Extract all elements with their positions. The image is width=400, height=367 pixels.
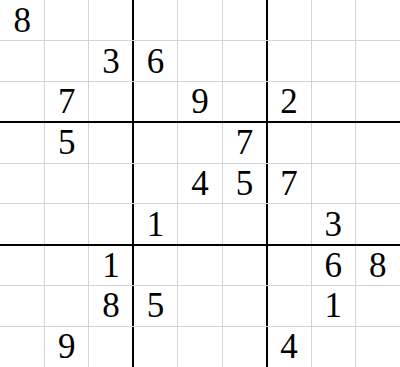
cell-r2c4[interactable]: 6 [133,41,177,82]
cell-r6c3[interactable] [89,204,133,245]
cell-r3c8[interactable] [311,82,355,123]
cell-r3c6[interactable] [222,82,266,123]
cell-r4c9[interactable] [356,122,400,163]
cell-r9c3[interactable] [89,326,133,367]
cell-r4c8[interactable] [311,122,355,163]
cell-r2c2[interactable] [44,41,88,82]
cell-r1c4[interactable] [133,0,177,41]
cell-r4c6[interactable]: 7 [222,122,266,163]
cell-r4c4[interactable] [133,122,177,163]
sudoku-cells: 836792574571316885194 [0,0,400,367]
cell-r6c2[interactable] [44,204,88,245]
cell-r5c8[interactable] [311,163,355,204]
cell-r7c9[interactable]: 8 [356,245,400,286]
cell-r5c7[interactable]: 7 [267,163,311,204]
cell-r3c1[interactable] [0,82,44,123]
cell-r8c3[interactable]: 8 [89,285,133,326]
cell-r2c7[interactable] [267,41,311,82]
cell-r8c1[interactable] [0,285,44,326]
cell-r7c1[interactable] [0,245,44,286]
sudoku-board: 836792574571316885194 [0,0,400,367]
cell-r7c7[interactable] [267,245,311,286]
cell-r5c2[interactable] [44,163,88,204]
cell-r3c3[interactable] [89,82,133,123]
cell-r3c9[interactable] [356,82,400,123]
cell-r5c6[interactable]: 5 [222,163,266,204]
cell-r6c5[interactable] [178,204,222,245]
cell-r3c2[interactable]: 7 [44,82,88,123]
cell-r5c3[interactable] [89,163,133,204]
cell-r7c4[interactable] [133,245,177,286]
cell-r8c7[interactable] [267,285,311,326]
cell-r1c7[interactable] [267,0,311,41]
cell-r7c8[interactable]: 6 [311,245,355,286]
cell-r2c6[interactable] [222,41,266,82]
cell-r9c9[interactable] [356,326,400,367]
cell-r6c7[interactable] [267,204,311,245]
cell-r7c6[interactable] [222,245,266,286]
cell-r1c1[interactable]: 8 [0,0,44,41]
cell-r8c9[interactable] [356,285,400,326]
cell-r6c6[interactable] [222,204,266,245]
cell-r7c2[interactable] [44,245,88,286]
cell-r2c1[interactable] [0,41,44,82]
cell-r7c5[interactable] [178,245,222,286]
cell-r6c1[interactable] [0,204,44,245]
cell-r1c6[interactable] [222,0,266,41]
cell-r2c8[interactable] [311,41,355,82]
cell-r6c8[interactable]: 3 [311,204,355,245]
cell-r1c2[interactable] [44,0,88,41]
cell-r3c4[interactable] [133,82,177,123]
cell-r1c3[interactable] [89,0,133,41]
cell-r4c2[interactable]: 5 [44,122,88,163]
cell-r5c4[interactable] [133,163,177,204]
cell-r4c3[interactable] [89,122,133,163]
cell-r5c5[interactable]: 4 [178,163,222,204]
cell-r8c8[interactable]: 1 [311,285,355,326]
cell-r3c7[interactable]: 2 [267,82,311,123]
cell-r2c5[interactable] [178,41,222,82]
cell-r8c2[interactable] [44,285,88,326]
cell-r2c3[interactable]: 3 [89,41,133,82]
cell-r9c1[interactable] [0,326,44,367]
cell-r8c5[interactable] [178,285,222,326]
cell-r7c3[interactable]: 1 [89,245,133,286]
cell-r6c9[interactable] [356,204,400,245]
cell-r1c9[interactable] [356,0,400,41]
cell-r1c8[interactable] [311,0,355,41]
cell-r4c7[interactable] [267,122,311,163]
cell-r9c4[interactable] [133,326,177,367]
cell-r4c5[interactable] [178,122,222,163]
cell-r3c5[interactable]: 9 [178,82,222,123]
cell-r4c1[interactable] [0,122,44,163]
cell-r5c9[interactable] [356,163,400,204]
cell-r9c8[interactable] [311,326,355,367]
cell-r8c4[interactable]: 5 [133,285,177,326]
cell-r9c6[interactable] [222,326,266,367]
cell-r8c6[interactable] [222,285,266,326]
cell-r1c5[interactable] [178,0,222,41]
cell-r5c1[interactable] [0,163,44,204]
cell-r9c2[interactable]: 9 [44,326,88,367]
cell-r9c5[interactable] [178,326,222,367]
cell-r9c7[interactable]: 4 [267,326,311,367]
cell-r6c4[interactable]: 1 [133,204,177,245]
cell-r2c9[interactable] [356,41,400,82]
